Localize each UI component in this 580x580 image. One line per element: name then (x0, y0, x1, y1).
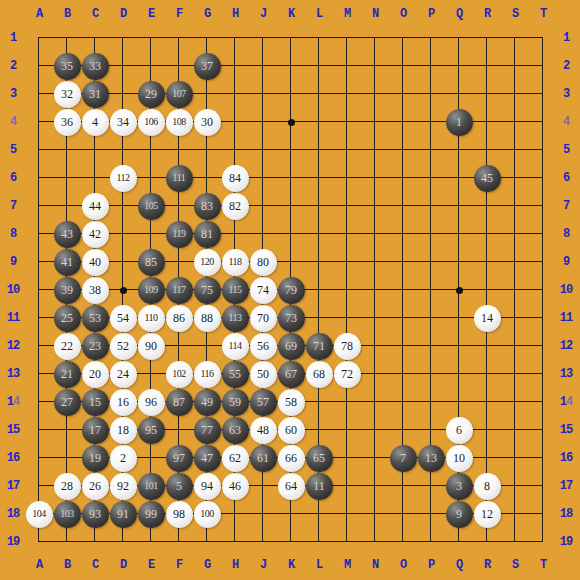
move-number: 41 (61, 256, 73, 268)
col-label-top-o: O (400, 7, 406, 21)
move-number: 37 (201, 60, 213, 72)
row-label-right-12: 12 (560, 339, 572, 353)
black-stone-103-b18: 103 (54, 501, 81, 528)
move-number: 58 (285, 396, 297, 408)
row-label-right-4: 4 (563, 115, 569, 129)
black-stone-93-c18: 93 (82, 501, 109, 528)
move-number: 88 (201, 312, 213, 324)
col-label-bottom-o: O (400, 558, 406, 572)
black-stone-21-b13: 21 (54, 361, 81, 388)
move-number: 15 (89, 396, 101, 408)
col-label-bottom-n: N (372, 558, 378, 572)
row-label-left-5: 5 (10, 143, 16, 157)
move-number: 69 (285, 340, 297, 352)
move-number: 42 (89, 228, 101, 240)
move-number: 54 (117, 312, 129, 324)
black-stone-81-g8: 81 (194, 221, 221, 248)
black-stone-87-f14: 87 (166, 389, 193, 416)
black-stone-23-c12: 23 (82, 333, 109, 360)
black-stone-119-f8: 119 (166, 221, 193, 248)
move-number: 82 (229, 200, 241, 212)
move-number: 85 (145, 256, 157, 268)
move-number: 75 (201, 284, 213, 296)
star-point-d10 (120, 287, 127, 294)
black-stone-91-d18: 91 (110, 501, 137, 528)
white-stone-32-b3: 32 (54, 81, 81, 108)
white-stone-110-e11: 110 (138, 305, 165, 332)
white-stone-44-c7: 44 (82, 193, 109, 220)
white-stone-42-c8: 42 (82, 221, 109, 248)
white-stone-108-f4: 108 (166, 109, 193, 136)
row-label-left-1: 1 (10, 31, 16, 45)
col-label-bottom-s: S (512, 558, 518, 572)
row-label-left-13: 13 (7, 367, 19, 381)
white-stone-70-j11: 70 (250, 305, 277, 332)
move-number: 53 (89, 312, 101, 324)
black-stone-25-b11: 25 (54, 305, 81, 332)
black-stone-65-l16: 65 (306, 445, 333, 472)
move-number: 120 (200, 257, 214, 267)
move-number: 27 (61, 396, 73, 408)
row-label-right-11: 11 (560, 311, 572, 325)
black-stone-49-g14: 49 (194, 389, 221, 416)
move-number: 40 (89, 256, 101, 268)
white-stone-46-h17: 46 (222, 473, 249, 500)
white-stone-78-m12: 78 (334, 333, 361, 360)
move-number: 104 (32, 509, 46, 519)
black-stone-47-g16: 47 (194, 445, 221, 472)
row-label-right-1: 1 (563, 31, 569, 45)
row-label-left-19: 19 (7, 535, 19, 549)
move-number: 61 (257, 452, 269, 464)
black-stone-43-b8: 43 (54, 221, 81, 248)
move-number: 71 (313, 340, 325, 352)
move-number: 67 (285, 368, 297, 380)
col-label-top-n: N (372, 7, 378, 21)
col-label-top-p: P (428, 7, 434, 21)
black-stone-29-e3: 29 (138, 81, 165, 108)
white-stone-118-h9: 118 (222, 249, 249, 276)
black-stone-95-e15: 95 (138, 417, 165, 444)
move-number: 92 (117, 480, 129, 492)
move-number: 112 (116, 173, 129, 183)
white-stone-92-d17: 92 (110, 473, 137, 500)
move-number: 86 (173, 312, 185, 324)
col-label-bottom-q: Q (456, 558, 462, 572)
move-number: 79 (285, 284, 297, 296)
move-number: 46 (229, 480, 241, 492)
row-label-left-8: 8 (10, 227, 16, 241)
black-stone-105-e7: 105 (138, 193, 165, 220)
white-stone-2-d16: 2 (110, 445, 137, 472)
black-stone-107-f3: 107 (166, 81, 193, 108)
black-stone-5-f17: 5 (166, 473, 193, 500)
black-stone-57-j14: 57 (250, 389, 277, 416)
black-stone-39-b10: 39 (54, 277, 81, 304)
row-label-left-2: 2 (10, 59, 16, 73)
col-label-top-c: C (92, 7, 98, 21)
col-label-bottom-r: R (484, 558, 490, 572)
col-label-bottom-g: G (204, 558, 210, 572)
row-label-right-8: 8 (563, 227, 569, 241)
move-number: 100 (200, 509, 214, 519)
move-number: 14 (481, 312, 493, 324)
black-stone-77-g15: 77 (194, 417, 221, 444)
row-label-left-7: 7 (10, 199, 16, 213)
move-number: 111 (173, 173, 186, 183)
white-stone-30-g4: 30 (194, 109, 221, 136)
move-number: 35 (61, 60, 73, 72)
move-number: 50 (257, 368, 269, 380)
go-board[interactable]: 1234567891011121314151617181920212223242… (25, 24, 557, 556)
black-stone-27-b14: 27 (54, 389, 81, 416)
col-label-top-b: B (64, 7, 70, 21)
col-label-bottom-l: L (316, 558, 322, 572)
move-number: 113 (228, 313, 241, 323)
row-label-right-19: 19 (560, 535, 572, 549)
move-number: 59 (229, 396, 241, 408)
white-stone-62-h16: 62 (222, 445, 249, 472)
move-number: 117 (172, 285, 185, 295)
col-label-top-a: A (36, 7, 42, 21)
col-label-top-r: R (484, 7, 490, 21)
move-number: 56 (257, 340, 269, 352)
black-stone-41-b9: 41 (54, 249, 81, 276)
black-stone-59-h14: 59 (222, 389, 249, 416)
white-stone-40-c9: 40 (82, 249, 109, 276)
move-number: 22 (61, 340, 73, 352)
move-number: 114 (228, 341, 241, 351)
white-stone-114-h12: 114 (222, 333, 249, 360)
white-stone-24-d13: 24 (110, 361, 137, 388)
move-number: 65 (313, 452, 325, 464)
move-number: 31 (89, 88, 101, 100)
col-label-bottom-m: M (344, 558, 350, 572)
black-stone-73-k11: 73 (278, 305, 305, 332)
move-number: 20 (89, 368, 101, 380)
black-stone-99-e18: 99 (138, 501, 165, 528)
move-number: 23 (89, 340, 101, 352)
white-stone-104-a18: 104 (26, 501, 53, 528)
black-stone-113-h11: 113 (222, 305, 249, 332)
row-label-left-15: 15 (7, 423, 19, 437)
white-stone-6-q15: 6 (446, 417, 473, 444)
white-stone-80-j9: 80 (250, 249, 277, 276)
move-number: 38 (89, 284, 101, 296)
white-stone-12-r18: 12 (474, 501, 501, 528)
black-stone-35-b2: 35 (54, 53, 81, 80)
white-stone-4-c4: 4 (82, 109, 109, 136)
move-number: 80 (257, 256, 269, 268)
col-label-top-k: K (288, 7, 294, 21)
col-label-bottom-a: A (36, 558, 42, 572)
col-label-bottom-e: E (148, 558, 154, 572)
col-label-bottom-p: P (428, 558, 434, 572)
move-number: 84 (229, 172, 241, 184)
move-number: 12 (481, 508, 493, 520)
move-number: 17 (89, 424, 101, 436)
white-stone-38-c10: 38 (82, 277, 109, 304)
move-number: 45 (481, 172, 493, 184)
black-stone-97-f16: 97 (166, 445, 193, 472)
white-stone-116-g13: 116 (194, 361, 221, 388)
move-number: 119 (172, 229, 185, 239)
row-label-right-15: 15 (560, 423, 572, 437)
white-stone-72-m13: 72 (334, 361, 361, 388)
white-stone-56-j12: 56 (250, 333, 277, 360)
move-number: 73 (285, 312, 297, 324)
black-stone-11-l17: 11 (306, 473, 333, 500)
row-label-left-6: 6 (10, 171, 16, 185)
star-point-q10 (456, 287, 463, 294)
black-stone-33-c2: 33 (82, 53, 109, 80)
move-number: 68 (313, 368, 325, 380)
move-number: 102 (172, 369, 186, 379)
white-stone-74-j10: 74 (250, 277, 277, 304)
move-number: 11 (313, 480, 325, 492)
col-label-bottom-t: T (540, 558, 546, 572)
move-number: 64 (285, 480, 297, 492)
black-stone-17-c15: 17 (82, 417, 109, 444)
move-number: 57 (257, 396, 269, 408)
move-number: 87 (173, 396, 185, 408)
move-number: 101 (144, 481, 158, 491)
col-label-top-l: L (316, 7, 322, 21)
move-number: 108 (172, 117, 186, 127)
row-label-left-11: 11 (7, 311, 19, 325)
black-stone-37-g2: 37 (194, 53, 221, 80)
col-label-top-e: E (148, 7, 154, 21)
black-stone-61-j16: 61 (250, 445, 277, 472)
white-stone-16-d14: 16 (110, 389, 137, 416)
move-number: 4 (92, 116, 98, 128)
move-number: 36 (61, 116, 73, 128)
row-label-left-18: 18 (7, 507, 19, 521)
move-number: 115 (228, 285, 241, 295)
move-number: 7 (400, 452, 406, 464)
move-number: 105 (144, 201, 158, 211)
black-stone-63-h15: 63 (222, 417, 249, 444)
white-stone-36-b4: 36 (54, 109, 81, 136)
black-stone-79-k10: 79 (278, 277, 305, 304)
row-label-left-4: 4 (10, 115, 16, 129)
black-stone-7-o16: 7 (390, 445, 417, 472)
move-number: 19 (89, 452, 101, 464)
white-stone-94-g17: 94 (194, 473, 221, 500)
row-label-right-13: 13 (560, 367, 572, 381)
move-number: 44 (89, 200, 101, 212)
move-number: 49 (201, 396, 213, 408)
white-stone-26-c17: 26 (82, 473, 109, 500)
move-number: 110 (144, 313, 157, 323)
move-number: 62 (229, 452, 241, 464)
move-number: 70 (257, 312, 269, 324)
white-stone-48-j15: 48 (250, 417, 277, 444)
black-stone-67-k13: 67 (278, 361, 305, 388)
white-stone-88-g11: 88 (194, 305, 221, 332)
move-number: 28 (61, 480, 73, 492)
white-stone-60-k15: 60 (278, 417, 305, 444)
move-number: 90 (145, 340, 157, 352)
move-number: 94 (201, 480, 213, 492)
white-stone-20-c13: 20 (82, 361, 109, 388)
move-number: 24 (117, 368, 129, 380)
white-stone-64-k17: 64 (278, 473, 305, 500)
white-stone-68-l13: 68 (306, 361, 333, 388)
white-stone-50-j13: 50 (250, 361, 277, 388)
black-stone-109-e10: 109 (138, 277, 165, 304)
move-number: 116 (200, 369, 213, 379)
col-label-top-f: F (176, 7, 182, 21)
row-label-right-10: 10 (560, 283, 572, 297)
move-number: 6 (456, 424, 462, 436)
black-stone-53-c11: 53 (82, 305, 109, 332)
row-label-left-14: 14 (7, 395, 19, 409)
white-stone-86-f11: 86 (166, 305, 193, 332)
white-stone-96-e14: 96 (138, 389, 165, 416)
row-label-left-12: 12 (7, 339, 19, 353)
black-stone-101-e17: 101 (138, 473, 165, 500)
move-number: 3 (456, 480, 462, 492)
col-label-bottom-b: B (64, 558, 70, 572)
move-number: 96 (145, 396, 157, 408)
row-label-right-16: 16 (560, 451, 572, 465)
black-stone-19-c16: 19 (82, 445, 109, 472)
move-number: 66 (285, 452, 297, 464)
move-number: 95 (145, 424, 157, 436)
white-stone-112-d6: 112 (110, 165, 137, 192)
white-stone-100-g18: 100 (194, 501, 221, 528)
white-stone-84-h6: 84 (222, 165, 249, 192)
move-number: 63 (229, 424, 241, 436)
move-number: 91 (117, 508, 129, 520)
black-stone-85-e9: 85 (138, 249, 165, 276)
col-label-top-d: D (120, 7, 126, 21)
black-stone-3-q17: 3 (446, 473, 473, 500)
col-label-top-h: H (232, 7, 238, 21)
col-label-bottom-k: K (288, 558, 294, 572)
black-stone-83-g7: 83 (194, 193, 221, 220)
white-stone-106-e4: 106 (138, 109, 165, 136)
move-number: 72 (341, 368, 353, 380)
black-stone-71-l12: 71 (306, 333, 333, 360)
white-stone-14-r11: 14 (474, 305, 501, 332)
move-number: 43 (61, 228, 73, 240)
col-label-bottom-j: J (260, 558, 266, 572)
white-stone-58-k14: 58 (278, 389, 305, 416)
white-stone-102-f13: 102 (166, 361, 193, 388)
move-number: 74 (257, 284, 269, 296)
move-number: 99 (145, 508, 157, 520)
white-stone-10-q16: 10 (446, 445, 473, 472)
col-label-top-q: Q (456, 7, 462, 21)
row-label-right-3: 3 (563, 87, 569, 101)
white-stone-82-h7: 82 (222, 193, 249, 220)
row-label-right-18: 18 (560, 507, 572, 521)
move-number: 25 (61, 312, 73, 324)
move-number: 97 (173, 452, 185, 464)
move-number: 106 (144, 117, 158, 127)
black-stone-13-p16: 13 (418, 445, 445, 472)
move-number: 77 (201, 424, 213, 436)
move-number: 21 (61, 368, 73, 380)
black-stone-115-h10: 115 (222, 277, 249, 304)
black-stone-45-r6: 45 (474, 165, 501, 192)
row-label-right-17: 17 (560, 479, 572, 493)
move-number: 60 (285, 424, 297, 436)
row-label-right-7: 7 (563, 199, 569, 213)
move-number: 48 (257, 424, 269, 436)
move-number: 30 (201, 116, 213, 128)
move-number: 2 (120, 452, 126, 464)
move-number: 83 (201, 200, 213, 212)
move-number: 13 (425, 452, 437, 464)
row-label-right-9: 9 (563, 255, 569, 269)
black-stone-55-h13: 55 (222, 361, 249, 388)
move-number: 47 (201, 452, 213, 464)
move-number: 103 (60, 509, 74, 519)
move-number: 5 (176, 480, 182, 492)
white-stone-34-d4: 34 (110, 109, 137, 136)
move-number: 32 (61, 88, 73, 100)
move-number: 9 (456, 508, 462, 520)
white-stone-28-b17: 28 (54, 473, 81, 500)
black-stone-1-q4: 1 (446, 109, 473, 136)
black-stone-75-g10: 75 (194, 277, 221, 304)
move-number: 33 (89, 60, 101, 72)
row-label-right-2: 2 (563, 59, 569, 73)
black-stone-15-c14: 15 (82, 389, 109, 416)
white-stone-120-g9: 120 (194, 249, 221, 276)
col-label-bottom-f: F (176, 558, 182, 572)
row-label-left-3: 3 (10, 87, 16, 101)
col-label-top-g: G (204, 7, 210, 21)
move-number: 1 (456, 116, 462, 128)
move-number: 52 (117, 340, 129, 352)
star-point-k4 (288, 119, 295, 126)
white-stone-52-d12: 52 (110, 333, 137, 360)
white-stone-66-k16: 66 (278, 445, 305, 472)
go-kifu-viewer: 1234567891011121314151617181920212223242… (0, 0, 580, 580)
col-label-bottom-h: H (232, 558, 238, 572)
white-stone-8-r17: 8 (474, 473, 501, 500)
move-number: 81 (201, 228, 213, 240)
black-stone-31-c3: 31 (82, 81, 109, 108)
move-number: 34 (117, 116, 129, 128)
white-stone-22-b12: 22 (54, 333, 81, 360)
col-label-top-s: S (512, 7, 518, 21)
row-label-left-10: 10 (7, 283, 19, 297)
move-number: 78 (341, 340, 353, 352)
row-label-right-14: 14 (560, 395, 572, 409)
black-stone-69-k12: 69 (278, 333, 305, 360)
move-number: 18 (117, 424, 129, 436)
white-stone-18-d15: 18 (110, 417, 137, 444)
row-label-right-6: 6 (563, 171, 569, 185)
move-number: 8 (484, 480, 490, 492)
row-label-left-9: 9 (10, 255, 16, 269)
col-label-bottom-d: D (120, 558, 126, 572)
col-label-top-t: T (540, 7, 546, 21)
move-number: 118 (228, 257, 241, 267)
col-label-top-j: J (260, 7, 266, 21)
col-label-top-m: M (344, 7, 350, 21)
move-number: 55 (229, 368, 241, 380)
move-number: 93 (89, 508, 101, 520)
row-label-left-17: 17 (7, 479, 19, 493)
row-label-left-16: 16 (7, 451, 19, 465)
move-number: 10 (453, 452, 465, 464)
